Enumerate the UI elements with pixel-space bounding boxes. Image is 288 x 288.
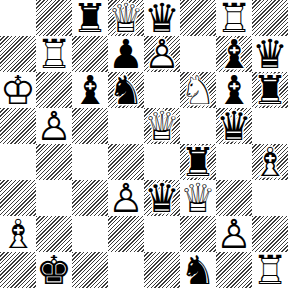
square-d1[interactable] [108, 252, 144, 288]
square-f3[interactable]: ♛♕ [180, 180, 216, 216]
square-c6[interactable]: ♝♝ [72, 72, 108, 108]
square-c5[interactable] [72, 108, 108, 144]
square-g2[interactable]: ♟♙ [216, 216, 252, 252]
square-h1[interactable]: ♜♖ [252, 252, 288, 288]
square-g1[interactable] [216, 252, 252, 288]
piece-black-rook[interactable]: ♜ [252, 72, 288, 108]
piece-white-pawn[interactable]: ♙ [144, 36, 180, 72]
piece-black-king[interactable]: ♚ [36, 252, 72, 288]
piece-white-bishop[interactable]: ♗ [0, 216, 36, 252]
square-f6[interactable]: ♞♘ [180, 72, 216, 108]
piece-white-pawn[interactable]: ♙ [36, 108, 72, 144]
piece-white-rook[interactable]: ♖ [36, 36, 72, 72]
square-f8[interactable] [180, 0, 216, 36]
square-c1[interactable] [72, 252, 108, 288]
piece-white-pawn[interactable]: ♙ [108, 180, 144, 216]
piece-black-knight[interactable]: ♞ [180, 252, 216, 288]
piece-white-king[interactable]: ♔ [0, 72, 36, 108]
piece-black-queen[interactable]: ♛ [216, 108, 252, 144]
piece-white-knight[interactable]: ♘ [180, 72, 216, 108]
square-c8[interactable]: ♜♜ [72, 0, 108, 36]
square-e2[interactable] [144, 216, 180, 252]
square-a8[interactable] [0, 0, 36, 36]
square-b1[interactable]: ♚♚ [36, 252, 72, 288]
square-e5[interactable]: ♛♕ [144, 108, 180, 144]
square-e1[interactable] [144, 252, 180, 288]
piece-white-queen[interactable]: ♕ [144, 108, 180, 144]
square-f1[interactable]: ♞♞ [180, 252, 216, 288]
piece-black-bishop[interactable]: ♝ [72, 72, 108, 108]
square-b7[interactable]: ♜♖ [36, 36, 72, 72]
square-d5[interactable] [108, 108, 144, 144]
square-h6[interactable]: ♜♜ [252, 72, 288, 108]
square-c2[interactable] [72, 216, 108, 252]
piece-white-pawn[interactable]: ♙ [216, 216, 252, 252]
square-b3[interactable] [36, 180, 72, 216]
square-c4[interactable] [72, 144, 108, 180]
square-e7[interactable]: ♟♙ [144, 36, 180, 72]
square-e3[interactable]: ♛♛ [144, 180, 180, 216]
square-a4[interactable] [0, 144, 36, 180]
square-d6[interactable]: ♞♞ [108, 72, 144, 108]
square-g5[interactable]: ♛♛ [216, 108, 252, 144]
chess-board: ♜♜♛♕♛♛♜♖♜♖♟♟♟♙♝♝♛♛♚♔♝♝♞♞♞♘♝♝♜♜♟♙♛♕♛♛♜♜♝♗… [0, 0, 288, 288]
square-g4[interactable] [216, 144, 252, 180]
piece-black-rook[interactable]: ♜ [72, 0, 108, 36]
square-h4[interactable]: ♝♗ [252, 144, 288, 180]
square-b4[interactable] [36, 144, 72, 180]
piece-black-queen[interactable]: ♛ [144, 180, 180, 216]
piece-white-rook[interactable]: ♖ [252, 252, 288, 288]
piece-black-knight[interactable]: ♞ [108, 72, 144, 108]
square-a6[interactable]: ♚♔ [0, 72, 36, 108]
piece-white-queen[interactable]: ♕ [180, 180, 216, 216]
square-b5[interactable]: ♟♙ [36, 108, 72, 144]
square-c3[interactable] [72, 180, 108, 216]
chess-diagram-page: ♜♜♛♕♛♛♜♖♜♖♟♟♟♙♝♝♛♛♚♔♝♝♞♞♞♘♝♝♜♜♟♙♛♕♛♛♜♜♝♗… [0, 0, 288, 288]
piece-white-bishop[interactable]: ♗ [252, 144, 288, 180]
square-h3[interactable] [252, 180, 288, 216]
square-a2[interactable]: ♝♗ [0, 216, 36, 252]
square-a1[interactable] [0, 252, 36, 288]
square-d3[interactable]: ♟♙ [108, 180, 144, 216]
square-a5[interactable] [0, 108, 36, 144]
square-d2[interactable] [108, 216, 144, 252]
